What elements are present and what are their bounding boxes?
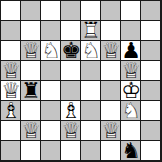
square-g4[interactable]: ♚♔ — [121, 81, 141, 101]
square-f4[interactable] — [101, 81, 121, 101]
square-e4[interactable] — [81, 81, 101, 101]
square-h6[interactable] — [141, 41, 161, 61]
square-a3[interactable]: ♝♗ — [1, 101, 21, 121]
white-rook: ♖ — [81, 21, 101, 41]
square-g3[interactable]: ♞♘ — [121, 101, 141, 121]
square-d2[interactable]: ♛♕ — [61, 121, 81, 141]
square-d3[interactable]: ♝♗ — [61, 101, 81, 121]
square-e5[interactable] — [81, 61, 101, 81]
square-b6[interactable]: ♛♕ — [21, 41, 41, 61]
square-h3[interactable] — [141, 101, 161, 121]
chess-board: ♜♖♛♕♞♘♚♞♘♛♕♟♛♕♛♕♛♕♜♚♔♝♗♝♗♞♘♛♕♛♕♛♕♞ — [0, 0, 162, 162]
square-c1[interactable] — [41, 141, 61, 161]
white-queen-fill: ♛ — [61, 121, 81, 141]
white-knight-fill: ♞ — [41, 41, 61, 61]
square-f6[interactable]: ♛♕ — [101, 41, 121, 61]
white-queen: ♕ — [61, 121, 81, 141]
square-f7[interactable] — [101, 21, 121, 41]
white-bishop: ♗ — [61, 101, 81, 121]
white-queen-fill: ♛ — [21, 41, 41, 61]
square-f5[interactable] — [101, 61, 121, 81]
white-knight: ♘ — [121, 101, 141, 121]
square-f3[interactable] — [101, 101, 121, 121]
square-b1[interactable] — [21, 141, 41, 161]
square-a5[interactable]: ♛♕ — [1, 61, 21, 81]
white-rook-fill: ♜ — [81, 21, 101, 41]
square-c8[interactable] — [41, 1, 61, 21]
square-h2[interactable] — [141, 121, 161, 141]
square-e7[interactable]: ♜♖ — [81, 21, 101, 41]
square-b7[interactable] — [21, 21, 41, 41]
square-g5[interactable]: ♛♕ — [121, 61, 141, 81]
square-e8[interactable] — [81, 1, 101, 21]
white-knight-fill: ♞ — [121, 101, 141, 121]
square-b4[interactable]: ♜ — [21, 81, 41, 101]
square-f8[interactable] — [101, 1, 121, 21]
square-b8[interactable] — [21, 1, 41, 21]
square-c4[interactable] — [41, 81, 61, 101]
black-knight: ♞ — [121, 141, 141, 161]
square-h7[interactable] — [141, 21, 161, 41]
white-queen: ♕ — [21, 41, 41, 61]
square-c7[interactable] — [41, 21, 61, 41]
square-g6[interactable]: ♟ — [121, 41, 141, 61]
square-g1[interactable]: ♞ — [121, 141, 141, 161]
square-b3[interactable] — [21, 101, 41, 121]
square-a6[interactable] — [1, 41, 21, 61]
square-a1[interactable] — [1, 141, 21, 161]
square-d5[interactable] — [61, 61, 81, 81]
white-knight: ♘ — [81, 41, 101, 61]
square-d1[interactable] — [61, 141, 81, 161]
white-bishop-fill: ♝ — [61, 101, 81, 121]
white-queen: ♕ — [21, 121, 41, 141]
square-h4[interactable] — [141, 81, 161, 101]
white-queen-fill: ♛ — [1, 61, 21, 81]
square-d7[interactable] — [61, 21, 81, 41]
square-e6[interactable]: ♞♘ — [81, 41, 101, 61]
chess-diagram: ♜♖♛♕♞♘♚♞♘♛♕♟♛♕♛♕♛♕♜♚♔♝♗♝♗♞♘♛♕♛♕♛♕♞ — [0, 0, 162, 162]
square-e3[interactable] — [81, 101, 101, 121]
square-c6[interactable]: ♞♘ — [41, 41, 61, 61]
square-a8[interactable] — [1, 1, 21, 21]
white-queen-fill: ♛ — [121, 61, 141, 81]
white-queen: ♕ — [101, 41, 121, 61]
square-e2[interactable] — [81, 121, 101, 141]
square-h8[interactable] — [141, 1, 161, 21]
square-e1[interactable] — [81, 141, 101, 161]
square-a7[interactable] — [1, 21, 21, 41]
white-queen: ♕ — [1, 61, 21, 81]
square-a2[interactable] — [1, 121, 21, 141]
black-pawn: ♟ — [121, 41, 141, 61]
square-d6[interactable]: ♚ — [61, 41, 81, 61]
square-c2[interactable] — [41, 121, 61, 141]
square-f1[interactable] — [101, 141, 121, 161]
square-h1[interactable] — [141, 141, 161, 161]
white-queen-fill: ♛ — [21, 121, 41, 141]
white-bishop: ♗ — [1, 101, 21, 121]
square-f2[interactable]: ♛♕ — [101, 121, 121, 141]
white-knight: ♘ — [41, 41, 61, 61]
square-b2[interactable]: ♛♕ — [21, 121, 41, 141]
square-g8[interactable] — [121, 1, 141, 21]
white-queen: ♕ — [101, 121, 121, 141]
square-a4[interactable]: ♛♕ — [1, 81, 21, 101]
white-knight-fill: ♞ — [81, 41, 101, 61]
square-g2[interactable] — [121, 121, 141, 141]
square-d4[interactable] — [61, 81, 81, 101]
square-c3[interactable] — [41, 101, 61, 121]
square-b5[interactable] — [21, 61, 41, 81]
white-queen-fill: ♛ — [101, 121, 121, 141]
white-queen: ♕ — [121, 61, 141, 81]
white-king: ♔ — [121, 81, 141, 101]
square-d8[interactable] — [61, 1, 81, 21]
black-rook: ♜ — [21, 81, 41, 101]
square-c5[interactable] — [41, 61, 61, 81]
white-queen-fill: ♛ — [1, 81, 21, 101]
white-king-fill: ♚ — [121, 81, 141, 101]
white-queen-fill: ♛ — [101, 41, 121, 61]
black-king: ♚ — [61, 41, 81, 61]
square-h5[interactable] — [141, 61, 161, 81]
white-bishop-fill: ♝ — [1, 101, 21, 121]
white-queen: ♕ — [1, 81, 21, 101]
square-g7[interactable] — [121, 21, 141, 41]
